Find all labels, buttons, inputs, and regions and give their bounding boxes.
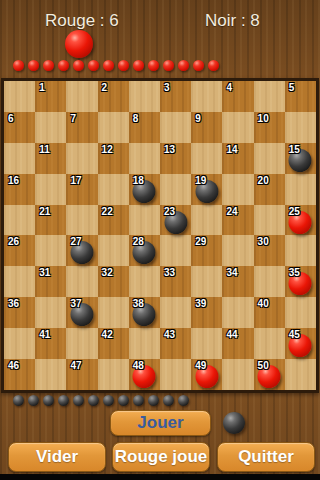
board-square-dark[interactable]: 40	[254, 297, 285, 328]
red-captured-dot	[163, 60, 174, 71]
black-captured-dot	[88, 395, 99, 406]
square-number: 21	[39, 206, 50, 217]
board-square-light[interactable]	[66, 143, 97, 174]
board-square-dark[interactable]: 46	[4, 359, 35, 390]
board-square-dark[interactable]: 4	[222, 81, 253, 112]
board-square-light[interactable]	[129, 328, 160, 359]
red-captured-dot	[193, 60, 204, 71]
board-square-dark[interactable]: 14	[222, 143, 253, 174]
board-square-dark[interactable]: 20	[254, 174, 285, 205]
red-captured-dot	[133, 60, 144, 71]
red-captured-dot	[73, 60, 84, 71]
square-number: 35	[289, 267, 300, 278]
board-square-light[interactable]	[160, 174, 191, 205]
black-captured-dot	[178, 395, 189, 406]
board-square-light[interactable]	[98, 359, 129, 390]
board-square-light[interactable]	[66, 205, 97, 236]
board-square-light[interactable]	[191, 328, 222, 359]
square-number: 7	[70, 113, 76, 124]
app-window: Rouge : 6 Noir : 8 123456789101112131415…	[0, 0, 320, 480]
square-number: 43	[164, 329, 175, 340]
square-number: 18	[133, 175, 144, 186]
black-captured-dot	[73, 395, 84, 406]
red-captured-dot	[178, 60, 189, 71]
board-square-light[interactable]	[222, 112, 253, 143]
board-square-light[interactable]	[160, 359, 191, 390]
board-square-light[interactable]	[129, 81, 160, 112]
board-square-light[interactable]	[285, 174, 316, 205]
board-square-dark[interactable]: 43	[160, 328, 191, 359]
board-square-light[interactable]	[4, 143, 35, 174]
board-square-dark[interactable]: 19	[191, 174, 222, 205]
black-captured-dot	[103, 395, 114, 406]
square-number: 25	[289, 206, 300, 217]
board-square-dark[interactable]: 36	[4, 297, 35, 328]
red-captured-tray	[13, 60, 223, 71]
red-captured-dot	[208, 60, 219, 71]
board-square-light[interactable]	[129, 266, 160, 297]
square-number: 4	[226, 82, 232, 93]
red-captured-dot	[103, 60, 114, 71]
square-number: 20	[258, 175, 269, 186]
board-square-light[interactable]	[35, 297, 66, 328]
red-captured-dot	[58, 60, 69, 71]
board-square-dark[interactable]: 49	[191, 359, 222, 390]
board-square-light[interactable]	[254, 143, 285, 174]
square-number: 49	[195, 360, 206, 371]
board-square-dark[interactable]: 38	[129, 297, 160, 328]
board-square-light[interactable]	[254, 328, 285, 359]
board-square-light[interactable]	[4, 205, 35, 236]
board-square-dark[interactable]: 41	[35, 328, 66, 359]
quitter-button[interactable]: Quitter	[217, 442, 315, 472]
square-number: 3	[164, 82, 170, 93]
board-square-dark[interactable]: 2	[98, 81, 129, 112]
board-square-light[interactable]	[35, 359, 66, 390]
board-square-dark[interactable]: 5	[285, 81, 316, 112]
board-square-dark[interactable]: 8	[129, 112, 160, 143]
board-square-light[interactable]	[160, 297, 191, 328]
board-square-dark[interactable]: 21	[35, 205, 66, 236]
square-number: 26	[8, 236, 19, 247]
board-square-light[interactable]	[222, 359, 253, 390]
rouge-joue-button[interactable]: Rouge joue	[112, 442, 210, 472]
red-score-label: Rouge : 6	[45, 11, 119, 31]
black-captured-dot	[133, 395, 144, 406]
board-square-light[interactable]	[129, 143, 160, 174]
red-captured-dot	[28, 60, 39, 71]
board-square-dark[interactable]: 11	[35, 143, 66, 174]
board-square-dark[interactable]: 35	[285, 266, 316, 297]
board-square-light[interactable]	[222, 297, 253, 328]
red-turn-piece	[65, 30, 93, 58]
square-number: 6	[8, 113, 14, 124]
square-number: 9	[195, 113, 201, 124]
board-square-light[interactable]	[66, 328, 97, 359]
board-square-dark[interactable]: 48	[129, 359, 160, 390]
square-number: 41	[39, 329, 50, 340]
square-number: 44	[226, 329, 237, 340]
square-number: 37	[70, 298, 81, 309]
black-captured-dot	[58, 395, 69, 406]
board-square-light[interactable]	[285, 112, 316, 143]
board: 1234567891011121314151617181920212223242…	[1, 78, 319, 393]
board-square-light[interactable]	[285, 359, 316, 390]
bottom-strip	[0, 474, 320, 480]
board-square-dark[interactable]: 32	[98, 266, 129, 297]
square-number: 17	[70, 175, 81, 186]
square-number: 32	[102, 267, 113, 278]
board-square-light[interactable]	[160, 235, 191, 266]
square-number: 11	[39, 144, 50, 155]
board-square-dark[interactable]: 16	[4, 174, 35, 205]
square-number: 42	[102, 329, 113, 340]
board-square-light[interactable]	[222, 235, 253, 266]
board-square-dark[interactable]: 29	[191, 235, 222, 266]
board-square-light[interactable]	[4, 266, 35, 297]
square-number: 29	[195, 236, 206, 247]
board-square-dark[interactable]: 31	[35, 266, 66, 297]
black-captured-tray	[13, 395, 193, 406]
board-square-dark[interactable]: 3	[160, 81, 191, 112]
square-number: 2	[102, 82, 108, 93]
board-square-dark[interactable]: 18	[129, 174, 160, 205]
board-square-dark[interactable]: 25	[285, 205, 316, 236]
square-number: 48	[133, 360, 144, 371]
red-captured-dot	[13, 60, 24, 71]
black-captured-dot	[28, 395, 39, 406]
jouer-button[interactable]: Jouer	[110, 410, 211, 436]
board-square-dark[interactable]: 30	[254, 235, 285, 266]
board-square-light[interactable]	[285, 297, 316, 328]
black-captured-dot	[118, 395, 129, 406]
vider-button[interactable]: Vider	[8, 442, 106, 472]
board-square-dark[interactable]: 33	[160, 266, 191, 297]
board-square-dark[interactable]: 22	[98, 205, 129, 236]
square-number: 22	[102, 206, 113, 217]
square-number: 40	[258, 298, 269, 309]
board-square-light[interactable]	[222, 174, 253, 205]
board-square-dark[interactable]: 17	[66, 174, 97, 205]
board-square-dark[interactable]: 24	[222, 205, 253, 236]
board-square-dark[interactable]: 12	[98, 143, 129, 174]
board-square-dark[interactable]: 7	[66, 112, 97, 143]
red-captured-dot	[88, 60, 99, 71]
board-square-light[interactable]	[254, 266, 285, 297]
board-square-dark[interactable]: 42	[98, 328, 129, 359]
square-number: 39	[195, 298, 206, 309]
square-number: 46	[8, 360, 19, 371]
black-captured-dot	[148, 395, 159, 406]
black-captured-dot	[163, 395, 174, 406]
black-turn-piece	[223, 412, 245, 434]
square-number: 13	[164, 144, 175, 155]
board-square-dark[interactable]: 34	[222, 266, 253, 297]
board-square-dark[interactable]: 26	[4, 235, 35, 266]
board-square-light[interactable]	[4, 81, 35, 112]
black-score-label: Noir : 8	[205, 11, 260, 31]
board-square-dark[interactable]: 6	[4, 112, 35, 143]
square-number: 24	[226, 206, 237, 217]
board-square-dark[interactable]: 27	[66, 235, 97, 266]
board-square-dark[interactable]: 15	[285, 143, 316, 174]
board-square-light[interactable]	[98, 235, 129, 266]
red-captured-dot	[148, 60, 159, 71]
board-square-light[interactable]	[98, 297, 129, 328]
square-number: 1	[39, 82, 45, 93]
black-captured-dot	[43, 395, 54, 406]
square-number: 15	[289, 144, 300, 155]
square-number: 10	[258, 113, 269, 124]
board-square-dark[interactable]: 28	[129, 235, 160, 266]
board-square-light[interactable]	[191, 81, 222, 112]
square-number: 19	[195, 175, 206, 186]
square-number: 30	[258, 236, 269, 247]
board-square-light[interactable]	[35, 174, 66, 205]
black-captured-dot	[13, 395, 24, 406]
square-number: 14	[226, 144, 237, 155]
board-square-dark[interactable]: 44	[222, 328, 253, 359]
square-number: 8	[133, 113, 139, 124]
square-number: 12	[102, 144, 113, 155]
square-number: 28	[133, 236, 144, 247]
board-square-dark[interactable]: 23	[160, 205, 191, 236]
board-square-light[interactable]	[191, 143, 222, 174]
board-square-light[interactable]	[35, 112, 66, 143]
board-square-dark[interactable]: 47	[66, 359, 97, 390]
square-number: 33	[164, 267, 175, 278]
square-number: 36	[8, 298, 19, 309]
red-captured-dot	[43, 60, 54, 71]
board-square-light[interactable]	[98, 112, 129, 143]
board-square-light[interactable]	[191, 266, 222, 297]
square-number: 31	[39, 267, 50, 278]
square-number: 23	[164, 206, 175, 217]
board-square-dark[interactable]: 10	[254, 112, 285, 143]
board-square-light[interactable]	[66, 81, 97, 112]
board-square-light[interactable]	[98, 174, 129, 205]
board-square-dark[interactable]: 45	[285, 328, 316, 359]
square-number: 45	[289, 329, 300, 340]
square-number: 16	[8, 175, 19, 186]
square-number: 34	[226, 267, 237, 278]
square-number: 47	[70, 360, 81, 371]
board-square-light[interactable]	[129, 205, 160, 236]
red-captured-dot	[118, 60, 129, 71]
board-square-light[interactable]	[191, 205, 222, 236]
board-square-light[interactable]	[66, 266, 97, 297]
board-square-dark[interactable]: 13	[160, 143, 191, 174]
square-number: 27	[70, 236, 81, 247]
board-square-dark[interactable]: 39	[191, 297, 222, 328]
board-square-light[interactable]	[160, 112, 191, 143]
board-square-dark[interactable]: 37	[66, 297, 97, 328]
board-square-light[interactable]	[4, 328, 35, 359]
board-square-light[interactable]	[254, 205, 285, 236]
board-square-dark[interactable]: 1	[35, 81, 66, 112]
square-number: 50	[258, 360, 269, 371]
square-number: 38	[133, 298, 144, 309]
board-square-dark[interactable]: 50	[254, 359, 285, 390]
board-square-dark[interactable]: 9	[191, 112, 222, 143]
square-number: 5	[289, 82, 295, 93]
board-square-light[interactable]	[35, 235, 66, 266]
board-square-light[interactable]	[254, 81, 285, 112]
board-square-light[interactable]	[285, 235, 316, 266]
